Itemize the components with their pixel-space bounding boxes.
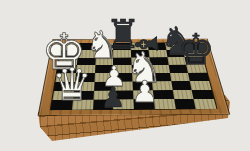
black-pawn-d2[interactable]: ♟ [100, 84, 125, 112]
pieces-layer: ♚♛♞♞♟♟♟♜♝♞♚ [0, 0, 250, 151]
black-king-h6[interactable]: ♚ [177, 29, 215, 71]
chess-scene: ♚♛♞♞♟♟♟♜♝♞♚ [0, 0, 250, 151]
white-pawn-e2[interactable]: ♟ [132, 77, 159, 107]
black-bishop-fallen-f8[interactable]: ♝ [131, 30, 162, 58]
white-queen-b3[interactable]: ♛ [52, 62, 92, 107]
